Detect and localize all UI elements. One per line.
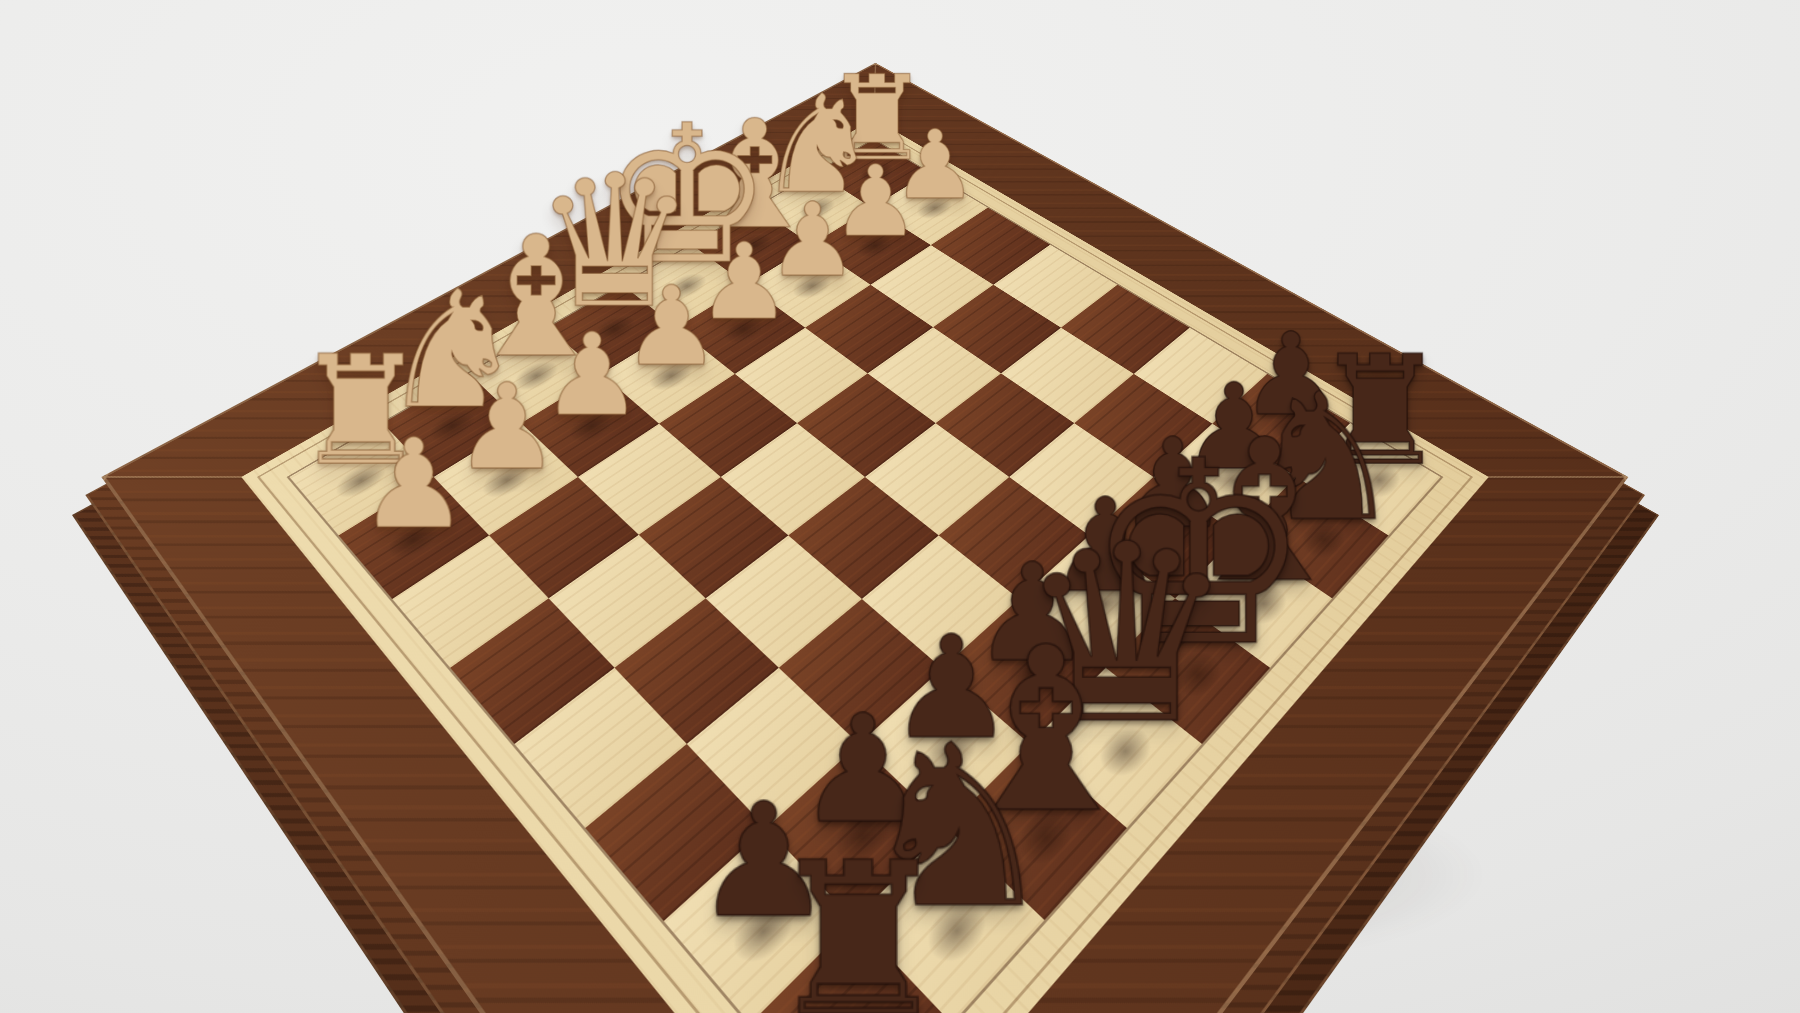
white-pawn-glyph: ♟ (359, 421, 470, 545)
black-rook-glyph: ♜ (764, 833, 954, 1013)
piece-black-rook-a8: ♜ (749, 924, 952, 1013)
scene-background: ♜♞♟♝♟♚♟♛♟♝♟♞♟♟♜♟♟♜♟♟♞♟♝♟♚♟♛♟♝♟♞♜ (0, 0, 1800, 1013)
scene: ♜♞♟♝♟♚♟♛♟♝♟♞♟♟♜♟♟♜♟♟♞♟♝♟♚♟♛♟♝♟♞♜ (0, 0, 1800, 1013)
chess-board: ♜♞♟♝♟♚♟♛♟♝♟♞♟♟♜♟♟♜♟♟♞♟♝♟♚♟♛♟♝♟♞♜ (101, 62, 1628, 1013)
white-pawn-glyph: ♟ (454, 367, 560, 485)
